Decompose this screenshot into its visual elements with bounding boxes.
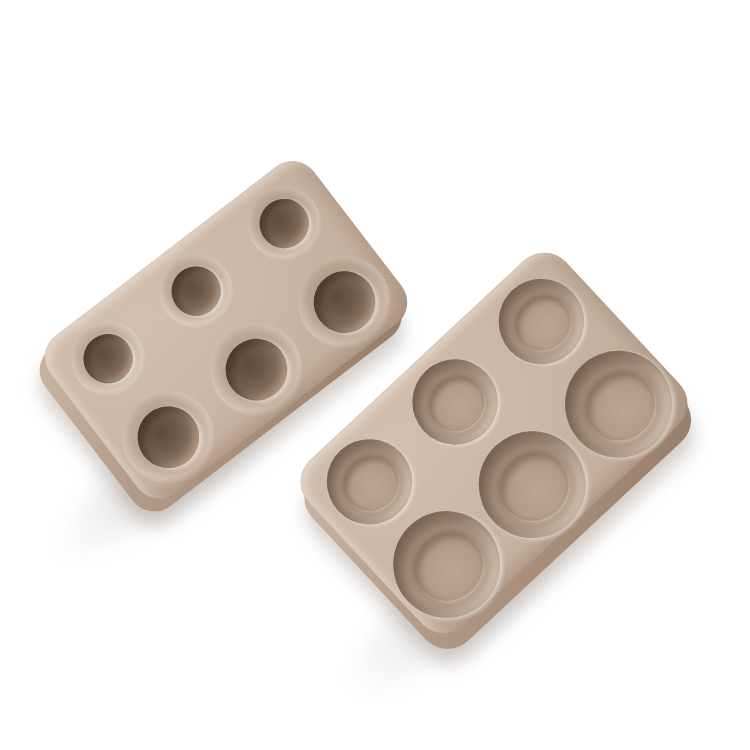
pit-dish: [144, 239, 248, 343]
pit-well-floor: [574, 361, 667, 454]
pit-dish: [232, 172, 336, 276]
pit-hole: [161, 256, 230, 325]
product-photo-stage: [0, 0, 750, 750]
pit-well-floor: [334, 447, 409, 521]
pit-hole: [125, 393, 211, 479]
pit-well-floor: [403, 521, 496, 614]
pit-well-floor: [506, 287, 581, 361]
pit-dish: [56, 306, 160, 410]
pit-hole: [213, 326, 299, 412]
pit-hole: [74, 324, 143, 393]
pit-hole: [249, 189, 318, 258]
pit-well-floor: [489, 441, 582, 534]
pit-hole: [301, 259, 387, 345]
pit-well-floor: [420, 367, 495, 441]
